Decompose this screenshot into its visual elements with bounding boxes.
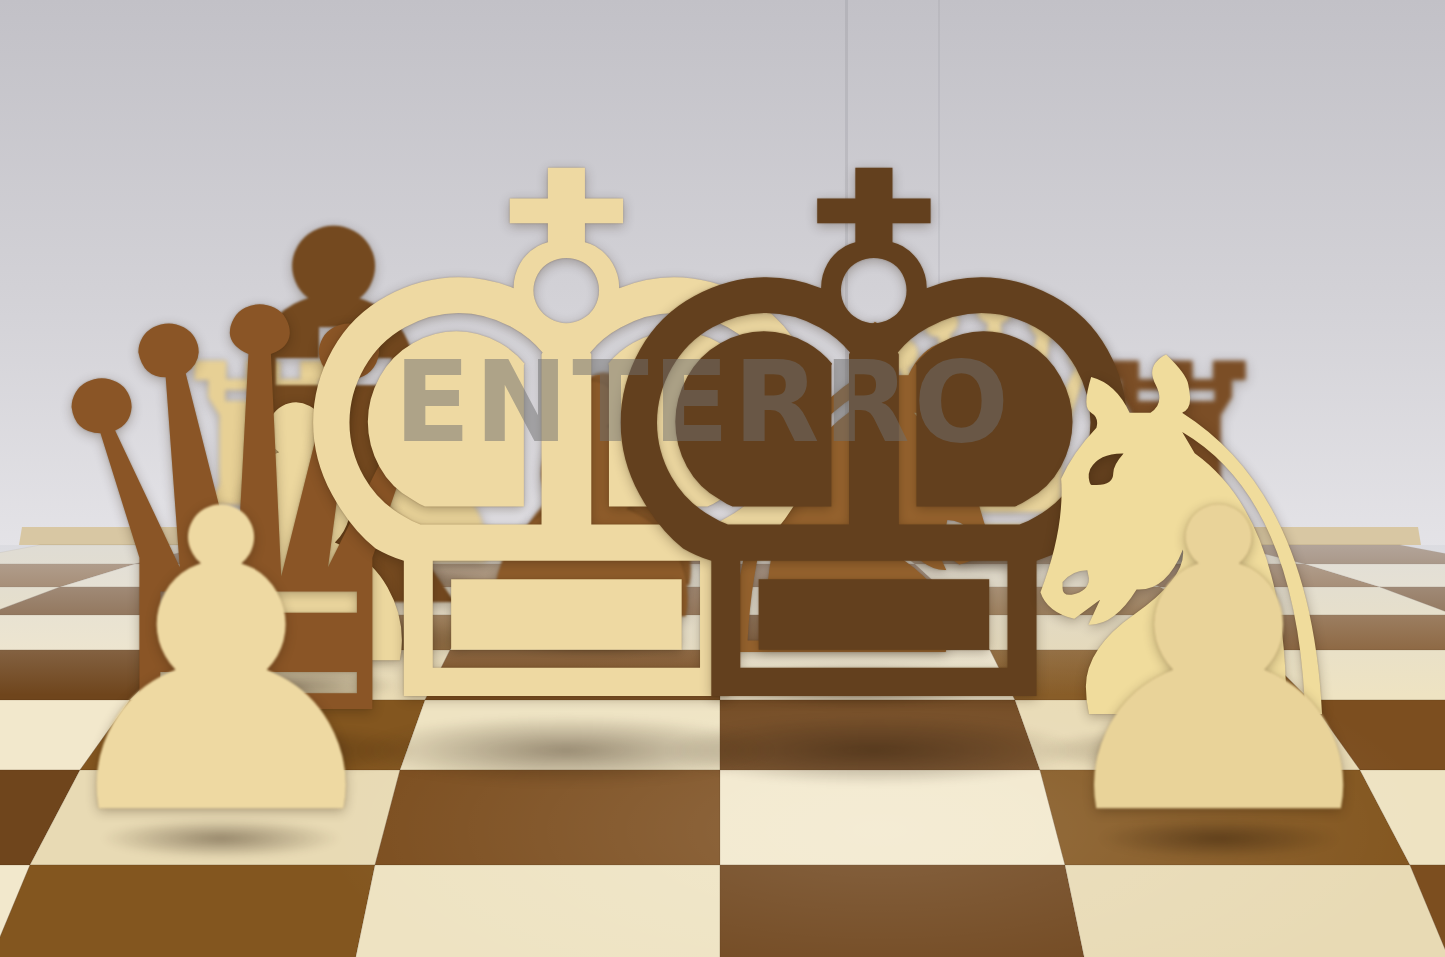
chess-board	[0, 0, 1445, 957]
board-rim	[19, 527, 1421, 545]
square-c1	[0, 865, 375, 957]
chess-photo-scene: ♜♛♜♟♟♝♟♟♞♛♚♚♞♟♟ ENTERRO	[0, 0, 1445, 957]
